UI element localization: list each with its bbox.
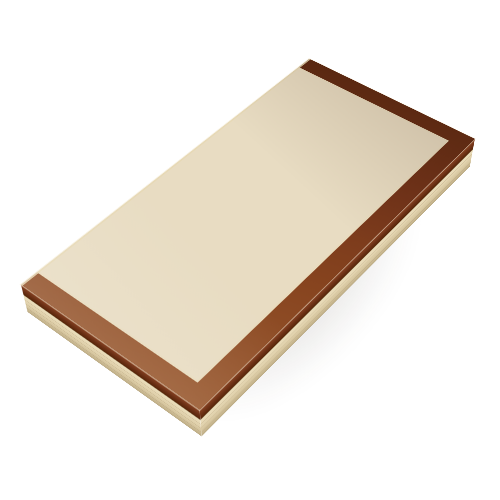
product-photo <box>0 0 500 500</box>
